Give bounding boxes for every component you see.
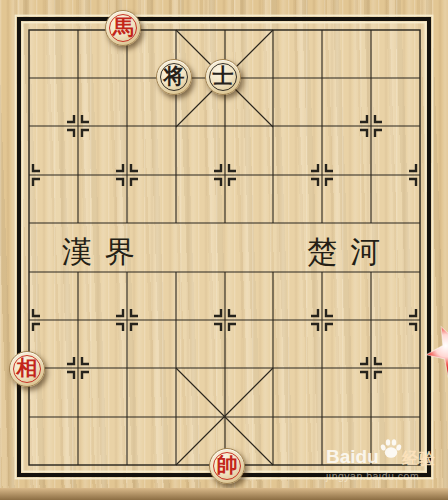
- baidu-paw-icon: [379, 438, 403, 460]
- piece-black-advisor-label: 士: [213, 66, 234, 87]
- watermark-brand-cjk: 经验: [402, 449, 436, 470]
- piece-red-elephant[interactable]: 相: [9, 351, 45, 387]
- xiangqi-board-screenshot: 漢界 楚河 馬 将 士 相 帥 Baidu 经验 jingyan.baidu.c…: [0, 0, 448, 500]
- cursor-star-icon: [423, 323, 448, 381]
- piece-black-general-label: 将: [164, 66, 185, 87]
- table-edge-shadow: [0, 488, 448, 500]
- piece-red-elephant-label: 相: [17, 358, 38, 379]
- piece-red-general[interactable]: 帥: [209, 448, 245, 484]
- watermark-brand-latin: Baidu: [326, 446, 379, 467]
- piece-black-general[interactable]: 将: [156, 59, 192, 95]
- piece-red-horse[interactable]: 馬: [105, 10, 141, 46]
- piece-red-horse-label: 馬: [113, 17, 134, 38]
- piece-black-advisor[interactable]: 士: [205, 59, 241, 95]
- watermark: Baidu 经验 jingyan.baidu.com: [326, 446, 446, 482]
- river-label-left: 漢界: [62, 235, 148, 269]
- watermark-url: jingyan.baidu.com: [326, 470, 446, 482]
- river-label-right: 楚河: [307, 235, 393, 269]
- piece-red-general-label: 帥: [217, 455, 238, 476]
